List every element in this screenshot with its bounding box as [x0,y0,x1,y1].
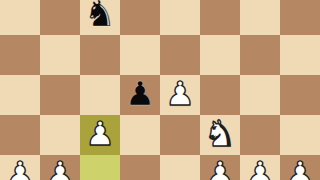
square-d5[interactable] [120,35,160,75]
square-e2[interactable] [160,155,200,180]
black-pawn-d4[interactable]: ♟ [125,74,155,114]
square-f5[interactable] [200,35,240,75]
square-e5[interactable] [160,35,200,75]
square-h3[interactable] [280,115,320,155]
square-g4[interactable] [240,75,280,115]
white-knight-f3[interactable]: ♞ [204,114,236,154]
square-h5[interactable] [280,35,320,75]
square-c6[interactable]: ♞ [80,0,120,35]
square-g2[interactable]: ♟ [240,155,280,180]
square-e3[interactable] [160,115,200,155]
square-f6[interactable] [200,0,240,35]
square-a3[interactable] [0,115,40,155]
square-f2[interactable]: ♟ [200,155,240,180]
square-a5[interactable] [0,35,40,75]
square-h4[interactable] [280,75,320,115]
square-g5[interactable] [240,35,280,75]
white-pawn-b2[interactable]: ♟ [45,154,75,180]
chess-board-viewport: ♞♟♟♟♞♟♟♟♟♟ [0,0,320,180]
square-b2[interactable]: ♟ [40,155,80,180]
square-h6[interactable] [280,0,320,35]
square-b5[interactable] [40,35,80,75]
white-pawn-g2[interactable]: ♟ [245,154,275,180]
square-a2[interactable]: ♟ [0,155,40,180]
square-b6[interactable] [40,0,80,35]
white-pawn-c3[interactable]: ♟ [85,114,115,154]
white-pawn-a2[interactable]: ♟ [5,154,35,180]
black-knight-c6[interactable]: ♞ [84,0,116,34]
square-e6[interactable] [160,0,200,35]
square-g6[interactable] [240,0,280,35]
square-b3[interactable] [40,115,80,155]
chess-board: ♞♟♟♟♞♟♟♟♟♟ [0,0,320,180]
square-a6[interactable] [0,0,40,35]
square-b4[interactable] [40,75,80,115]
square-d2[interactable] [120,155,160,180]
white-pawn-e4[interactable]: ♟ [165,74,195,114]
white-pawn-f2[interactable]: ♟ [205,154,235,180]
square-h2[interactable]: ♟ [280,155,320,180]
square-d6[interactable] [120,0,160,35]
square-c3-lastmove-highlight[interactable]: ♟ [80,115,120,155]
square-f4[interactable] [200,75,240,115]
square-d3[interactable] [120,115,160,155]
square-c4[interactable] [80,75,120,115]
square-d4[interactable]: ♟ [120,75,160,115]
square-g3[interactable] [240,115,280,155]
square-c5[interactable] [80,35,120,75]
square-f3[interactable]: ♞ [200,115,240,155]
square-c2-lastmove-highlight[interactable] [80,155,120,180]
square-a4[interactable] [0,75,40,115]
square-e4[interactable]: ♟ [160,75,200,115]
white-pawn-h2[interactable]: ♟ [285,154,315,180]
